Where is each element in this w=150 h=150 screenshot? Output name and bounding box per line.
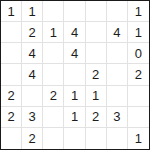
cell-r1c2[interactable]: 1 [22,1,43,22]
cell-r4c7[interactable]: 2 [128,64,149,85]
cell-r4c3[interactable] [43,64,64,85]
cell-r7c1[interactable] [1,128,22,149]
cell-r6c3[interactable] [43,107,64,128]
cell-r1c3[interactable] [43,1,64,22]
cell-r6c7[interactable] [128,107,149,128]
cell-r5c6[interactable] [107,86,128,107]
cell-r3c5[interactable] [86,43,107,64]
cell-r1c1[interactable]: 1 [1,1,22,22]
cell-r4c4[interactable] [64,64,85,85]
cell-r2c3[interactable]: 1 [43,22,64,43]
cell-r2c5[interactable] [86,22,107,43]
cell-r1c5[interactable] [86,1,107,22]
cell-r1c4[interactable] [64,1,85,22]
cell-r2c1[interactable] [1,22,22,43]
cell-r3c4[interactable]: 4 [64,43,85,64]
cell-r3c1[interactable] [1,43,22,64]
cell-r7c7[interactable]: 1 [128,128,149,149]
cell-r5c3[interactable]: 2 [43,86,64,107]
cell-r1c6[interactable] [107,1,128,22]
cell-r4c6[interactable] [107,64,128,85]
cell-r7c2[interactable]: 2 [22,128,43,149]
cell-r4c1[interactable] [1,64,22,85]
cell-r7c4[interactable] [64,128,85,149]
cell-r5c4[interactable]: 1 [64,86,85,107]
cell-r1c7[interactable]: 1 [128,1,149,22]
cell-r3c2[interactable]: 4 [22,43,43,64]
cell-r7c6[interactable] [107,128,128,149]
cell-r6c1[interactable]: 2 [1,107,22,128]
cell-r2c4[interactable]: 4 [64,22,85,43]
cell-r7c5[interactable] [86,128,107,149]
cell-r6c4[interactable]: 1 [64,107,85,128]
cell-r4c2[interactable]: 4 [22,64,43,85]
cell-r5c5[interactable]: 1 [86,86,107,107]
cell-r6c5[interactable]: 2 [86,107,107,128]
cell-r5c2[interactable] [22,86,43,107]
cell-r2c2[interactable]: 2 [22,22,43,43]
cell-r2c6[interactable]: 4 [107,22,128,43]
cell-r4c5[interactable]: 2 [86,64,107,85]
cell-r5c1[interactable]: 2 [1,86,22,107]
puzzle-board: 1112144144042222112312321 [0,0,150,150]
cell-r6c6[interactable]: 3 [107,107,128,128]
cell-r3c3[interactable] [43,43,64,64]
cell-r3c6[interactable] [107,43,128,64]
cell-r2c7[interactable]: 1 [128,22,149,43]
cell-r3c7[interactable]: 0 [128,43,149,64]
cell-r5c7[interactable] [128,86,149,107]
cell-r7c3[interactable] [43,128,64,149]
cell-r6c2[interactable]: 3 [22,107,43,128]
